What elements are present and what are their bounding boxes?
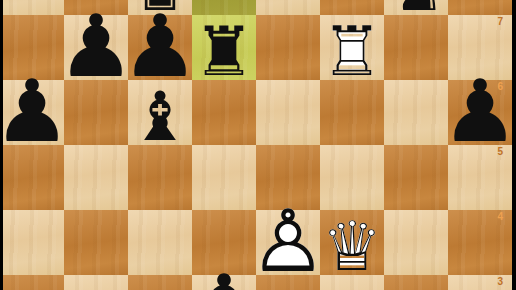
square-b3[interactable] <box>64 275 128 290</box>
square-c4[interactable] <box>128 210 192 275</box>
square-g3[interactable] <box>384 275 448 290</box>
piece-black-pawn[interactable]: ♟ <box>192 275 256 290</box>
square-e8[interactable] <box>256 0 320 15</box>
square-h4[interactable]: 4 <box>448 210 512 275</box>
square-c3[interactable] <box>128 275 192 290</box>
square-g8[interactable]: ♞ <box>384 0 448 15</box>
square-a8[interactable] <box>0 0 64 15</box>
square-b4[interactable] <box>64 210 128 275</box>
black-knight-icon: ♞ <box>386 0 447 21</box>
square-e7[interactable] <box>256 15 320 80</box>
video-frame: ♚♞♟♟♜♜♖7♟♝6♟5♟♙♛♕4♟3 <box>0 0 516 290</box>
white-queen-icon: ♕ <box>322 213 383 281</box>
square-h6[interactable]: 6♟ <box>448 80 512 145</box>
piece-black-pawn[interactable]: ♟ <box>0 80 64 145</box>
square-e4[interactable]: ♟♙ <box>256 210 320 275</box>
rank-label-3: 3 <box>497 276 503 288</box>
square-g4[interactable] <box>384 210 448 275</box>
square-d3[interactable]: ♟ <box>192 275 256 290</box>
black-pawn-icon: ♟ <box>441 68 516 154</box>
square-f5[interactable] <box>320 145 384 210</box>
rank-label-5: 5 <box>497 146 503 158</box>
square-b5[interactable] <box>64 145 128 210</box>
black-pawn-icon: ♟ <box>0 68 71 154</box>
chess-board: ♚♞♟♟♜♜♖7♟♝6♟5♟♙♛♕4♟3 <box>0 0 512 290</box>
letterbox-right-bar <box>512 0 516 290</box>
piece-white-queen[interactable]: ♛♕ <box>320 210 384 275</box>
square-e6[interactable] <box>256 80 320 145</box>
rank-label-4: 4 <box>497 211 503 223</box>
black-rook-icon: ♜ <box>194 18 255 86</box>
piece-black-bishop[interactable]: ♝ <box>128 80 192 145</box>
piece-white-pawn[interactable]: ♟♙ <box>256 210 320 275</box>
white-rook-icon: ♖ <box>322 18 383 86</box>
square-h8[interactable] <box>448 0 512 15</box>
square-g6[interactable] <box>384 80 448 145</box>
rank-label-7: 7 <box>497 16 503 28</box>
square-h3[interactable]: 3 <box>448 275 512 290</box>
square-a6[interactable]: ♟ <box>0 80 64 145</box>
square-d7[interactable]: ♜ <box>192 15 256 80</box>
square-g5[interactable] <box>384 145 448 210</box>
piece-black-pawn[interactable]: ♟ <box>128 15 192 80</box>
square-c7[interactable]: ♟ <box>128 15 192 80</box>
square-f4[interactable]: ♛♕ <box>320 210 384 275</box>
square-a4[interactable] <box>0 210 64 275</box>
letterbox-left-bar <box>0 0 3 290</box>
piece-white-rook[interactable]: ♜♖ <box>320 15 384 80</box>
black-pawn-icon: ♟ <box>185 263 262 290</box>
square-f7[interactable]: ♜♖ <box>320 15 384 80</box>
piece-black-knight[interactable]: ♞ <box>384 0 448 15</box>
rank-label-6: 6 <box>497 81 503 93</box>
piece-black-rook[interactable]: ♜ <box>192 15 256 80</box>
black-bishop-icon: ♝ <box>130 83 191 151</box>
square-b7[interactable]: ♟ <box>64 15 128 80</box>
piece-black-pawn[interactable]: ♟ <box>64 15 128 80</box>
square-a3[interactable] <box>0 275 64 290</box>
square-c6[interactable]: ♝ <box>128 80 192 145</box>
square-d5[interactable] <box>192 145 256 210</box>
